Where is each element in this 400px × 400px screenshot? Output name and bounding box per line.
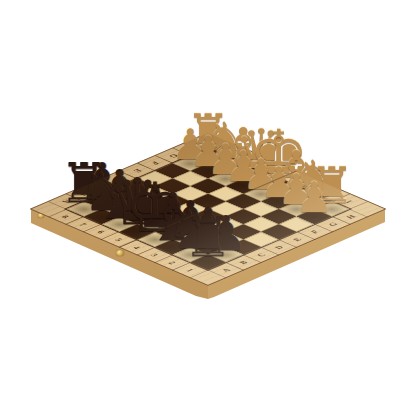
coordinate-label-text: E [291,237,303,242]
chess-board: 87654321 87654321 HGFEDCBA HGFEDCBA ♜♞♝♛… [31,133,385,285]
coordinate-label-text: G [326,222,339,227]
coordinate-label-text: 2 [167,260,178,265]
white-pawn[interactable]: ♟ [295,177,333,219]
brass-hinge-icon [116,250,124,256]
chess-set-photo: 87654321 87654321 HGFEDCBA HGFEDCBA ♜♞♝♛… [0,0,400,400]
coordinate-label-text: 1 [185,268,196,273]
coordinate-label-text: D [273,245,285,250]
coordinate-label-text: C [256,252,268,257]
square[interactable]: ♜ [190,255,225,270]
black-rook[interactable]: ♜ [183,209,232,264]
coordinate-label-text: F [309,230,320,235]
